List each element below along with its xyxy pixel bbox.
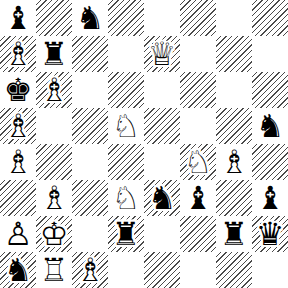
black-king-a6[interactable]: ♚♚ — [0, 72, 36, 108]
square-a1[interactable]: ♞♞ — [0, 252, 36, 288]
black-bishop-h3[interactable]: ♝♝ — [252, 180, 288, 216]
square-f2[interactable] — [180, 216, 216, 252]
black-knight-e3[interactable]: ♞♞ — [144, 180, 180, 216]
square-f5[interactable] — [180, 108, 216, 144]
square-c4[interactable] — [72, 144, 108, 180]
black-queen-h2[interactable]: ♛♛ — [252, 216, 288, 252]
square-g2[interactable]: ♜♜ — [216, 216, 252, 252]
square-c7[interactable] — [72, 36, 108, 72]
square-b3[interactable]: ♝♗ — [36, 180, 72, 216]
white-bishop-icon: ♗ — [36, 180, 72, 216]
square-f6[interactable] — [180, 72, 216, 108]
black-rook-icon: ♜ — [36, 36, 72, 72]
square-f3[interactable]: ♝♝ — [180, 180, 216, 216]
white-bishop-b3[interactable]: ♝♗ — [36, 180, 72, 216]
white-bishop-icon: ♗ — [0, 144, 36, 180]
black-bishop-icon: ♝ — [180, 180, 216, 216]
square-e4[interactable] — [144, 144, 180, 180]
white-knight-icon: ♘ — [108, 108, 144, 144]
square-g4[interactable]: ♝♗ — [216, 144, 252, 180]
black-bishop-a8[interactable]: ♝♝ — [0, 0, 36, 36]
square-a4[interactable]: ♝♗ — [0, 144, 36, 180]
square-a8[interactable]: ♝♝ — [0, 0, 36, 36]
square-e6[interactable] — [144, 72, 180, 108]
square-b7[interactable]: ♜♜ — [36, 36, 72, 72]
white-king-b2[interactable]: ♚♔ — [36, 216, 72, 252]
black-rook-g2[interactable]: ♜♜ — [216, 216, 252, 252]
square-d4[interactable] — [108, 144, 144, 180]
white-king-icon: ♔ — [36, 216, 72, 252]
white-bishop-c1[interactable]: ♝♗ — [72, 252, 108, 288]
white-queen-e7[interactable]: ♛♕ — [144, 36, 180, 72]
black-bishop-icon: ♝ — [252, 180, 288, 216]
square-f4[interactable]: ♞♘ — [180, 144, 216, 180]
square-b1[interactable]: ♜♖ — [36, 252, 72, 288]
square-h8[interactable] — [252, 0, 288, 36]
white-rook-b1[interactable]: ♜♖ — [36, 252, 72, 288]
square-b6[interactable]: ♝♗ — [36, 72, 72, 108]
square-a6[interactable]: ♚♚ — [0, 72, 36, 108]
black-knight-h5[interactable]: ♞♞ — [252, 108, 288, 144]
square-d2[interactable]: ♜♜ — [108, 216, 144, 252]
square-f7[interactable] — [180, 36, 216, 72]
square-g3[interactable] — [216, 180, 252, 216]
square-b4[interactable] — [36, 144, 72, 180]
white-bishop-b6[interactable]: ♝♗ — [36, 72, 72, 108]
square-f8[interactable] — [180, 0, 216, 36]
square-d1[interactable] — [108, 252, 144, 288]
square-d6[interactable] — [108, 72, 144, 108]
black-bishop-f3[interactable]: ♝♝ — [180, 180, 216, 216]
black-rook-icon: ♜ — [108, 216, 144, 252]
white-rook-icon: ♖ — [36, 252, 72, 288]
square-f1[interactable] — [180, 252, 216, 288]
black-knight-icon: ♞ — [72, 0, 108, 36]
black-knight-c8[interactable]: ♞♞ — [72, 0, 108, 36]
square-h1[interactable] — [252, 252, 288, 288]
square-e7[interactable]: ♛♕ — [144, 36, 180, 72]
square-c3[interactable] — [72, 180, 108, 216]
white-bishop-g4[interactable]: ♝♗ — [216, 144, 252, 180]
square-b2[interactable]: ♚♔ — [36, 216, 72, 252]
black-knight-icon: ♞ — [0, 252, 36, 288]
square-g6[interactable] — [216, 72, 252, 108]
white-knight-icon: ♘ — [108, 180, 144, 216]
square-e2[interactable] — [144, 216, 180, 252]
square-h4[interactable] — [252, 144, 288, 180]
black-knight-a1[interactable]: ♞♞ — [0, 252, 36, 288]
square-h2[interactable]: ♛♛ — [252, 216, 288, 252]
white-pawn-icon: ♙ — [0, 216, 36, 252]
square-g7[interactable] — [216, 36, 252, 72]
square-d8[interactable] — [108, 0, 144, 36]
square-c2[interactable] — [72, 216, 108, 252]
square-e3[interactable]: ♞♞ — [144, 180, 180, 216]
black-bishop-icon: ♝ — [0, 0, 36, 36]
white-knight-d5[interactable]: ♞♘ — [108, 108, 144, 144]
white-bishop-a7[interactable]: ♝♗ — [0, 36, 36, 72]
square-c8[interactable]: ♞♞ — [72, 0, 108, 36]
black-queen-icon: ♛ — [252, 216, 288, 252]
white-knight-f4[interactable]: ♞♘ — [180, 144, 216, 180]
square-d5[interactable]: ♞♘ — [108, 108, 144, 144]
black-rook-icon: ♜ — [216, 216, 252, 252]
square-h6[interactable] — [252, 72, 288, 108]
square-a7[interactable]: ♝♗ — [0, 36, 36, 72]
white-bishop-icon: ♗ — [72, 252, 108, 288]
white-bishop-a4[interactable]: ♝♗ — [0, 144, 36, 180]
square-a5[interactable]: ♝♗ — [0, 108, 36, 144]
white-queen-icon: ♕ — [144, 36, 180, 72]
square-g8[interactable] — [216, 0, 252, 36]
chess-board: ♝♝♞♞♝♗♜♜♛♕♚♚♝♗♝♗♞♘♞♞♝♗♞♘♝♗♝♗♞♘♞♞♝♝♝♝♟♙♚♔… — [0, 0, 288, 288]
square-c1[interactable]: ♝♗ — [72, 252, 108, 288]
black-knight-icon: ♞ — [252, 108, 288, 144]
square-a3[interactable] — [0, 180, 36, 216]
white-knight-d3[interactable]: ♞♘ — [108, 180, 144, 216]
square-e8[interactable] — [144, 0, 180, 36]
square-h5[interactable]: ♞♞ — [252, 108, 288, 144]
square-b8[interactable] — [36, 0, 72, 36]
white-bishop-icon: ♗ — [0, 108, 36, 144]
black-king-icon: ♚ — [0, 72, 36, 108]
white-pawn-a2[interactable]: ♟♙ — [0, 216, 36, 252]
black-rook-d2[interactable]: ♜♜ — [108, 216, 144, 252]
square-d3[interactable]: ♞♘ — [108, 180, 144, 216]
square-a2[interactable]: ♟♙ — [0, 216, 36, 252]
white-bishop-icon: ♗ — [36, 72, 72, 108]
square-h7[interactable] — [252, 36, 288, 72]
square-g5[interactable] — [216, 108, 252, 144]
white-bishop-a5[interactable]: ♝♗ — [0, 108, 36, 144]
white-bishop-icon: ♗ — [216, 144, 252, 180]
square-b5[interactable] — [36, 108, 72, 144]
square-d7[interactable] — [108, 36, 144, 72]
square-h3[interactable]: ♝♝ — [252, 180, 288, 216]
square-c5[interactable] — [72, 108, 108, 144]
black-rook-b7[interactable]: ♜♜ — [36, 36, 72, 72]
square-e5[interactable] — [144, 108, 180, 144]
square-c6[interactable] — [72, 72, 108, 108]
white-bishop-icon: ♗ — [0, 36, 36, 72]
square-g1[interactable] — [216, 252, 252, 288]
white-knight-icon: ♘ — [180, 144, 216, 180]
square-e1[interactable] — [144, 252, 180, 288]
black-knight-icon: ♞ — [144, 180, 180, 216]
